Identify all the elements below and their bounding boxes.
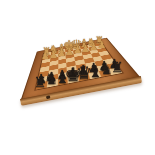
photo-background: ♜♞♝♚♛♝♞♜♟♟♟♟♟♟♟♟♟♟♟♟♟♟♟♟♜♞♝♚♛♝♞♜ [0, 0, 155, 155]
piece-black-rook[interactable]: ♜ [111, 61, 124, 75]
piece-white-pawn[interactable]: ♟ [97, 40, 106, 50]
clasp-icon [46, 95, 50, 99]
